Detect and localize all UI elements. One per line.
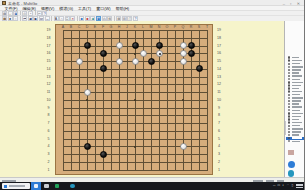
tree-node-label [292,63,300,64]
black-stone[interactable] [84,42,91,49]
toolbar-icon-23[interactable]: ▤ [116,16,121,21]
toolbar-icon-1[interactable]: ▦ [2,16,7,21]
toolbar-icon-6[interactable]: ◀ [28,16,33,21]
tree-node-label [292,88,299,89]
tree-node-label [292,128,303,129]
system-tray: ︿▭◖◠▯ [271,184,294,188]
coord-left: 2 [44,160,53,164]
star-point [134,99,136,101]
coord-left: 15 [44,59,53,63]
toolbar-icon-5[interactable]: ⏮ [22,16,27,21]
toolbar-icon-18[interactable]: ◉ [90,16,95,21]
panel-app-icon-3[interactable] [288,170,295,177]
taskbar-app-pinned-app[interactable] [42,182,51,190]
tree-node-label [292,100,301,101]
coord-right: 3 [215,152,224,156]
toolbar-icon-19[interactable]: ▣ [96,16,101,21]
coord-right: 17 [215,44,224,48]
panel-app-icon-1[interactable] [288,150,294,155]
last-move-marker [159,53,162,56]
black-stone[interactable] [84,143,91,150]
tree-node-label [292,134,299,135]
coord-top: R [187,25,195,29]
app-icon [44,184,49,189]
star-point [86,53,88,55]
coord-top: O [163,25,171,29]
coord-left: 10 [44,98,53,102]
coord-right: 11 [215,90,224,94]
coord-right: 4 [215,144,224,148]
star-point [86,99,88,101]
toolbar-icon-5[interactable]: ⎙ [22,11,27,16]
coord-right: 7 [215,121,224,125]
toolbar-icon-14[interactable]: ✕ [70,16,75,21]
white-stone[interactable] [180,42,187,49]
coord-right: 6 [215,129,224,133]
taskbar: ︿▭◖◠▯ [0,182,304,190]
tree-node-label [292,79,300,80]
coord-left: 18 [44,36,53,40]
grid-line [63,115,208,116]
tree-node-label [292,119,299,120]
taskbar-app-active-go-app[interactable] [31,182,41,190]
tree-node-label [292,69,301,70]
grid-line [63,170,208,171]
tray-volume-icon[interactable]: ◖ [282,184,285,188]
coord-right: 13 [215,75,224,79]
clock-time [296,184,303,186]
coord-top: H [115,25,123,29]
tree-node-row[interactable] [286,140,305,143]
toolbar-icon-11[interactable]: A [54,16,59,21]
toolbar-icon-13[interactable]: □ [65,16,70,21]
coord-top: E [91,25,99,29]
menu-item-6[interactable]: 窗口(W) [94,6,113,11]
tree-node-label [292,85,301,86]
tree-node-label [292,60,302,61]
coord-top: K [131,25,139,29]
toolbar-icon-3[interactable]: ▣ [13,11,18,16]
coord-top: N [155,25,163,29]
tray-chevron-up-icon[interactable]: ︿ [273,184,276,188]
coord-right: 5 [215,137,224,141]
coord-right: 2 [215,160,224,164]
grid-line [63,123,208,124]
menu-item-5[interactable]: 工具(T) [76,6,94,11]
window-controls[interactable]: – ▫ ✕ [283,1,302,6]
toolbar-icon-8[interactable]: ⏭ [39,16,44,21]
grid-line [63,139,208,140]
white-stone[interactable] [180,50,187,57]
black-stone[interactable] [196,65,203,72]
black-stone[interactable] [132,42,139,49]
toolbar-separator [114,16,115,21]
tree-node-label [292,75,302,76]
toolbar-separator [51,16,52,21]
grid-line [151,30,152,170]
coord-left: 16 [44,51,53,55]
black-stone[interactable] [156,42,163,49]
black-stone[interactable] [188,42,195,49]
taskbar-app-green-app[interactable] [52,182,62,190]
app-icon [2,1,6,5]
coord-right: 19 [215,28,224,32]
toolbar-icon-26[interactable]: ? [133,16,138,21]
tree-node-label [292,122,302,123]
tree-node-white-icon [288,140,290,142]
windows-logo-icon[interactable] [4,185,7,188]
board-area: AABBCCDDEEFFGGHHJJKKLLMMNNOOPPQQRRSSTT19… [0,21,284,177]
coord-top: Q [179,25,187,29]
panel-app-icon-2[interactable] [288,161,295,168]
toolbar-separator [35,11,36,16]
tray-network-icon[interactable]: ▭ [277,184,280,188]
coord-left: 17 [44,44,53,48]
coord-right: 18 [215,36,224,40]
toolbar-icon-16[interactable]: ◆ [79,16,84,21]
screen: 未命名 - MultiGo – ▫ ✕ 文件(F)编辑(E)视图(V)棋谱(G)… [0,0,304,190]
coord-left: 5 [44,137,53,141]
clock-date [296,187,303,189]
toolbar-icon-12[interactable]: △ [59,16,64,21]
star-point [134,53,136,55]
white-stone[interactable] [180,143,187,150]
app-icon [34,184,39,189]
coord-top: D [83,25,91,29]
star-point [182,99,184,101]
coord-top: M [147,25,155,29]
coord-top: S [195,25,203,29]
toolbar-icon-9[interactable]: ↔ [45,16,50,21]
search-placeholder-text [9,185,25,187]
coord-right: 10 [215,98,224,102]
coord-left: 8 [44,113,53,117]
coord-right: 8 [215,113,224,117]
tree-node-label [292,72,299,73]
game-tree-panel[interactable] [284,21,305,177]
coord-top: T [203,25,211,29]
toolbar-icon-17[interactable]: ◆ [85,16,90,21]
tree-node-label [292,97,303,98]
menu-item-4[interactable]: 棋谱(G) [57,6,76,11]
coord-top: L [139,25,147,29]
toolbar-icon-3[interactable]: ○ [13,16,18,21]
grid-line [207,30,208,170]
coord-left: 4 [44,144,53,148]
white-stone[interactable] [84,89,91,96]
tree-node-label [292,82,303,83]
coord-left: 19 [44,28,53,32]
coord-left: 11 [44,90,53,94]
toolbar-separator [20,11,21,16]
tree-node-label [292,131,301,132]
tray-language-icon[interactable]: ◠ [286,184,289,188]
grid-line [167,30,168,170]
tree-node-label [292,137,302,138]
toolbar-icon-2[interactable]: ▱ [8,11,13,16]
toolbar-icon-8[interactable]: ✂ [37,11,42,16]
toolbar-icon-6[interactable]: ◔ [28,11,33,16]
tree-node-label [292,57,299,58]
coord-left: 13 [44,75,53,79]
tree-node-label [292,113,303,114]
tree-node-label [292,66,303,67]
tree-node-label [292,91,302,92]
grid-line [175,30,176,170]
toolbar-icon-25[interactable]: ◫ [127,16,132,21]
tree-node-label [292,125,300,126]
toolbar-separator [77,16,78,21]
grid-line [63,131,208,132]
black-stone[interactable] [100,65,107,72]
tree-node-label [292,103,299,104]
grid-line [63,162,208,163]
black-stone[interactable] [148,58,155,65]
app-icon [70,184,75,189]
grid-line [63,154,208,155]
coord-left: 12 [44,82,53,86]
go-board[interactable] [55,24,213,175]
coord-left: 7 [44,121,53,125]
coord-top: B [67,25,75,29]
tree-node-label [292,94,300,95]
coord-left: 14 [44,67,53,71]
coord-left: 3 [44,152,53,156]
menu-item-7[interactable]: 帮助(H) [113,6,132,11]
black-stone[interactable] [100,151,107,158]
coord-left: 1 [44,168,53,172]
white-stone[interactable] [132,58,139,65]
white-stone[interactable] [180,58,187,65]
toolbar-separator [20,16,21,21]
grid-line [199,30,200,170]
coord-top: G [107,25,115,29]
tree-node-label [292,141,300,142]
white-stone[interactable] [116,42,123,49]
white-stone[interactable] [140,50,147,57]
tree-node-label [292,106,302,107]
coord-top: J [123,25,131,29]
black-stone[interactable] [100,50,107,57]
coord-right: 16 [215,51,224,55]
white-stone[interactable] [116,58,123,65]
coord-right: 1 [215,168,224,172]
coord-top: A [59,25,67,29]
coord-right: 12 [215,82,224,86]
coord-top: C [75,25,83,29]
star-point [134,146,136,148]
white-stone[interactable] [156,50,163,57]
coord-top: F [99,25,107,29]
coord-left: 6 [44,129,53,133]
white-stone[interactable] [76,58,83,65]
coord-top: P [171,25,179,29]
grid-line [63,108,208,109]
toolbar-icon-1[interactable]: ▤ [2,11,7,16]
toolbar-icon-7[interactable]: ▶ [33,16,38,21]
toolbar-icon-2[interactable]: ● [8,16,13,21]
tray-battery-icon[interactable]: ▯ [291,184,294,188]
coord-right: 9 [215,106,224,110]
black-stone[interactable] [188,50,195,57]
toolbar-icon-24[interactable]: ▥ [122,16,127,21]
coord-right: 15 [215,59,224,63]
toolbar-icon-20[interactable]: ◎ [102,16,107,21]
coord-left: 9 [44,106,53,110]
coord-right: 14 [215,67,224,71]
app-icon [55,184,60,189]
tree-node-label [292,116,301,117]
taskbar-search-input[interactable] [2,183,30,189]
toolbar-icon-9[interactable]: ? [42,11,47,16]
tree-node-label [292,110,300,111]
toolbar-icon-21[interactable]: ▧ [107,16,112,21]
taskbar-app-teal-app[interactable] [67,182,78,190]
